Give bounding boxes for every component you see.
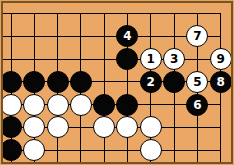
board-intersection[interactable]: 4 — [116, 25, 139, 48]
board-intersection[interactable] — [46, 48, 69, 71]
board-intersection[interactable] — [162, 25, 185, 48]
black-stone — [70, 71, 92, 93]
diagram-frame: 471392586 — [0, 0, 234, 165]
black-stone — [1, 116, 22, 138]
board-intersection[interactable] — [116, 2, 139, 25]
black-stone — [93, 94, 115, 116]
board-intersection[interactable] — [116, 71, 139, 94]
board-intersection[interactable] — [69, 93, 92, 116]
board-intersection[interactable] — [46, 71, 69, 94]
board-intersection[interactable] — [1, 139, 23, 162]
board-intersection[interactable] — [23, 93, 46, 116]
black-stone — [116, 48, 138, 70]
board-intersection[interactable] — [186, 2, 209, 25]
board-intersection[interactable] — [23, 2, 46, 25]
white-stone — [47, 116, 69, 138]
white-stone — [23, 139, 45, 161]
board-intersection[interactable] — [23, 116, 46, 139]
board-intersection[interactable] — [46, 93, 69, 116]
board-intersection[interactable] — [23, 25, 46, 48]
board-intersection[interactable] — [139, 116, 162, 139]
board-intersection[interactable] — [162, 2, 185, 25]
board-intersection[interactable] — [23, 71, 46, 94]
board-intersection[interactable] — [139, 25, 162, 48]
board-intersection[interactable] — [186, 48, 209, 71]
board-intersection[interactable] — [162, 116, 185, 139]
board-intersection[interactable] — [1, 71, 23, 94]
board-intersection[interactable]: 6 — [186, 93, 209, 116]
white-stone-move-5: 5 — [186, 71, 208, 93]
white-stone — [140, 139, 162, 161]
board-intersection[interactable] — [23, 48, 46, 71]
white-stone — [47, 94, 69, 116]
board-intersection[interactable] — [209, 93, 232, 116]
board-intersection[interactable] — [93, 116, 116, 139]
board-intersection[interactable] — [209, 139, 232, 162]
board-intersection[interactable] — [23, 139, 46, 162]
board-intersection[interactable] — [69, 2, 92, 25]
black-stone — [23, 71, 45, 93]
board-intersection[interactable] — [1, 25, 23, 48]
board-intersection[interactable]: 1 — [139, 48, 162, 71]
white-stone — [140, 116, 162, 138]
board-intersection[interactable] — [209, 116, 232, 139]
board-intersection[interactable] — [1, 93, 23, 116]
board-intersection[interactable]: 7 — [186, 25, 209, 48]
black-stone — [116, 94, 138, 116]
white-stone-move-7: 7 — [186, 25, 208, 47]
black-stone — [47, 71, 69, 93]
board-intersection[interactable] — [162, 139, 185, 162]
white-stone — [23, 94, 45, 116]
board-intersection[interactable] — [162, 71, 185, 94]
board-intersection[interactable] — [46, 2, 69, 25]
white-stone — [1, 94, 22, 116]
board-intersection[interactable] — [186, 139, 209, 162]
board-intersection[interactable] — [46, 139, 69, 162]
white-stone — [70, 94, 92, 116]
black-stone-move-2: 2 — [140, 71, 162, 93]
board-intersection[interactable] — [139, 93, 162, 116]
board-intersection[interactable] — [46, 25, 69, 48]
board-intersection[interactable] — [69, 116, 92, 139]
black-stone — [1, 139, 22, 161]
board-intersection[interactable] — [116, 48, 139, 71]
board-intersection[interactable] — [46, 116, 69, 139]
board-intersection[interactable] — [162, 93, 185, 116]
board-intersection[interactable] — [186, 116, 209, 139]
board-intersection[interactable] — [139, 2, 162, 25]
board-intersection[interactable] — [69, 25, 92, 48]
white-stone-move-9: 9 — [210, 48, 232, 70]
board-intersection[interactable] — [116, 93, 139, 116]
board-intersection[interactable] — [93, 93, 116, 116]
board-intersection[interactable]: 5 — [186, 71, 209, 94]
board-intersection[interactable] — [209, 2, 232, 25]
board-intersection[interactable] — [93, 48, 116, 71]
go-board: 471392586 — [1, 2, 232, 162]
go-board-area: 471392586 — [1, 1, 233, 164]
white-stone-move-1: 1 — [140, 48, 162, 70]
board-intersection[interactable] — [69, 48, 92, 71]
board-intersection[interactable] — [116, 116, 139, 139]
board-intersection[interactable] — [139, 139, 162, 162]
white-stone-move-3: 3 — [163, 48, 185, 70]
board-intersection[interactable] — [116, 139, 139, 162]
board-intersection[interactable] — [93, 25, 116, 48]
white-stone — [116, 116, 138, 138]
white-stone — [93, 116, 115, 138]
board-intersection[interactable] — [209, 25, 232, 48]
board-intersection[interactable] — [1, 2, 23, 25]
board-intersection[interactable] — [93, 71, 116, 94]
board-intersection[interactable]: 8 — [209, 71, 232, 94]
board-intersection[interactable] — [69, 71, 92, 94]
board-intersection[interactable]: 3 — [162, 48, 185, 71]
board-intersection[interactable]: 2 — [139, 71, 162, 94]
board-intersection[interactable] — [69, 139, 92, 162]
black-stone — [163, 71, 185, 93]
black-stone-move-8: 8 — [210, 71, 232, 93]
white-stone — [23, 116, 45, 138]
black-stone-move-6: 6 — [186, 94, 208, 116]
board-intersection[interactable] — [1, 116, 23, 139]
board-intersection[interactable] — [93, 2, 116, 25]
black-stone-move-4: 4 — [116, 25, 138, 47]
board-intersection[interactable]: 9 — [209, 48, 232, 71]
board-intersection[interactable] — [1, 48, 23, 71]
black-stone — [1, 71, 22, 93]
board-intersection[interactable] — [93, 139, 116, 162]
